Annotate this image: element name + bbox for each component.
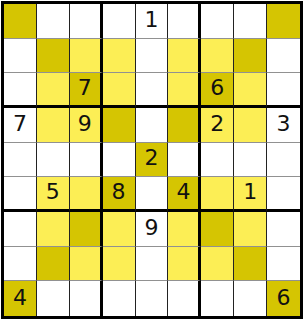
cell-r3c3[interactable] [103, 108, 136, 143]
cell-r8c5[interactable] [168, 281, 201, 316]
cell-r3c2[interactable]: 9 [70, 108, 103, 143]
cell-r8c3[interactable] [103, 281, 136, 316]
cell-r6c6[interactable] [201, 212, 234, 247]
cell-r6c1[interactable] [37, 212, 70, 247]
cell-r6c5[interactable] [168, 212, 201, 247]
cell-r5c3[interactable]: 8 [103, 177, 136, 212]
given-digit: 8 [112, 181, 126, 203]
given-digit: 3 [277, 113, 291, 135]
cell-r2c8[interactable] [267, 73, 300, 108]
cell-r3c0[interactable]: 7 [4, 108, 37, 143]
given-digit: 7 [13, 113, 27, 135]
cell-r5c7[interactable]: 1 [234, 177, 267, 212]
cell-r0c1[interactable] [37, 4, 70, 39]
cell-r1c1[interactable] [37, 39, 70, 74]
cell-r1c8[interactable] [267, 39, 300, 74]
cell-r6c2[interactable] [70, 212, 103, 247]
cell-r5c1[interactable]: 5 [37, 177, 70, 212]
cell-r4c5[interactable] [168, 143, 201, 178]
cell-r5c2[interactable] [70, 177, 103, 212]
cell-r0c3[interactable] [103, 4, 136, 39]
cell-r0c6[interactable] [201, 4, 234, 39]
cell-r2c6[interactable]: 6 [201, 73, 234, 108]
cell-r2c5[interactable] [168, 73, 201, 108]
cell-r0c7[interactable] [234, 4, 267, 39]
cell-r7c5[interactable] [168, 247, 201, 282]
given-digit: 4 [176, 181, 190, 203]
cell-r3c5[interactable] [168, 108, 201, 143]
cell-r2c3[interactable] [103, 73, 136, 108]
cell-r3c6[interactable]: 2 [201, 108, 234, 143]
cell-r8c0[interactable]: 4 [4, 281, 37, 316]
cell-r2c2[interactable]: 7 [70, 73, 103, 108]
cell-r7c4[interactable] [136, 247, 169, 282]
cell-r7c7[interactable] [234, 247, 267, 282]
cell-r7c8[interactable] [267, 247, 300, 282]
cell-r2c1[interactable] [37, 73, 70, 108]
cell-r0c8[interactable] [267, 4, 300, 39]
cell-r1c7[interactable] [234, 39, 267, 74]
cell-r8c4[interactable] [136, 281, 169, 316]
cell-r1c2[interactable] [70, 39, 103, 74]
cell-r5c8[interactable] [267, 177, 300, 212]
cell-r4c3[interactable] [103, 143, 136, 178]
given-digit: 6 [277, 287, 291, 309]
given-digit: 2 [144, 147, 158, 169]
cell-r1c0[interactable] [4, 39, 37, 74]
cell-r6c7[interactable] [234, 212, 267, 247]
cell-r3c8[interactable]: 3 [267, 108, 300, 143]
cell-r4c8[interactable] [267, 143, 300, 178]
sudoku-board: 176792325841946 [1, 1, 303, 319]
cell-r7c2[interactable] [70, 247, 103, 282]
given-digit: 1 [243, 181, 257, 203]
cell-r4c2[interactable] [70, 143, 103, 178]
cell-r8c7[interactable] [234, 281, 267, 316]
cell-r7c1[interactable] [37, 247, 70, 282]
cell-r1c6[interactable] [201, 39, 234, 74]
cell-r3c1[interactable] [37, 108, 70, 143]
cell-r6c3[interactable] [103, 212, 136, 247]
cell-r0c0[interactable] [4, 4, 37, 39]
cell-r4c0[interactable] [4, 143, 37, 178]
cell-r5c4[interactable] [136, 177, 169, 212]
cell-r2c4[interactable] [136, 73, 169, 108]
cell-r5c6[interactable] [201, 177, 234, 212]
cell-r6c8[interactable] [267, 212, 300, 247]
cell-r4c4[interactable]: 2 [136, 143, 169, 178]
cell-r0c4[interactable]: 1 [136, 4, 169, 39]
cell-r7c6[interactable] [201, 247, 234, 282]
cell-r5c5[interactable]: 4 [168, 177, 201, 212]
cell-r5c0[interactable] [4, 177, 37, 212]
sudoku-page: 176792325841946 [0, 0, 304, 320]
cell-r2c7[interactable] [234, 73, 267, 108]
given-digit: 9 [144, 217, 158, 239]
cell-r8c1[interactable] [37, 281, 70, 316]
given-digit: 5 [46, 181, 60, 203]
given-digit: 1 [144, 9, 158, 31]
cell-r1c4[interactable] [136, 39, 169, 74]
cell-r6c0[interactable] [4, 212, 37, 247]
cell-r4c7[interactable] [234, 143, 267, 178]
cell-r2c0[interactable] [4, 73, 37, 108]
given-digit: 2 [210, 113, 224, 135]
given-digit: 6 [210, 77, 224, 99]
cell-r6c4[interactable]: 9 [136, 212, 169, 247]
cell-r8c8[interactable]: 6 [267, 281, 300, 316]
given-digit: 9 [78, 113, 92, 135]
cell-r3c7[interactable] [234, 108, 267, 143]
given-digit: 4 [13, 287, 27, 309]
cell-r0c2[interactable] [70, 4, 103, 39]
cell-r7c3[interactable] [103, 247, 136, 282]
given-digit: 7 [78, 77, 92, 99]
cell-r1c3[interactable] [103, 39, 136, 74]
cell-r3c4[interactable] [136, 108, 169, 143]
cell-r1c5[interactable] [168, 39, 201, 74]
cell-r8c6[interactable] [201, 281, 234, 316]
cell-r0c5[interactable] [168, 4, 201, 39]
cell-r4c1[interactable] [37, 143, 70, 178]
cell-r4c6[interactable] [201, 143, 234, 178]
cell-r8c2[interactable] [70, 281, 103, 316]
cell-r7c0[interactable] [4, 247, 37, 282]
